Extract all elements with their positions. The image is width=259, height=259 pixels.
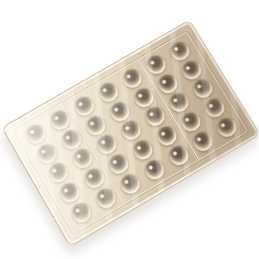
- cavity-field: ⊙ ·—·: [12, 29, 250, 235]
- cavity-grid: [17, 35, 244, 230]
- photo-background: ⊙ ·—·: [0, 0, 259, 259]
- mould-tray: ⊙ ·—·: [1, 19, 259, 247]
